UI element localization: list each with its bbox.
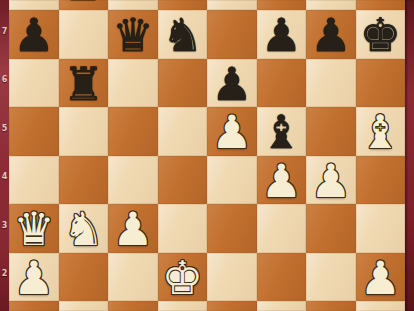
square-d5 [158,107,208,156]
black-king-h7: ♚ [360,12,401,58]
square-c2 [108,253,158,302]
white-pawn-c3: ♟ [112,206,153,252]
square-e4 [207,156,257,205]
square-f8 [257,0,307,10]
rank-label-3: 3 [0,220,9,231]
white-pawn-e5: ♟ [211,109,252,155]
square-b2 [59,253,109,302]
white-queen-a3: ♛ [13,206,54,252]
square-a7: ♟ [9,10,59,59]
square-c1 [108,301,158,311]
white-pawn-g4: ♟ [310,158,351,204]
black-knight-d7: ♞ [162,12,203,58]
square-h4 [356,156,406,205]
square-h3 [356,204,406,253]
white-pawn-a2: ♟ [13,255,54,301]
black-bishop-f5: ♝ [261,109,302,155]
square-b4 [59,156,109,205]
chess-diagram: ♜♟♛♞♟♟♚♜♟♟♝♝♟♟♛♞♟♟♚♟ 765432 [0,0,414,311]
square-a6 [9,59,59,108]
square-d4 [158,156,208,205]
white-pawn-h2: ♟ [360,255,401,301]
black-pawn-a7: ♟ [13,12,54,58]
black-pawn-f7: ♟ [261,12,302,58]
chess-board: ♜♟♛♞♟♟♚♜♟♟♝♝♟♟♛♞♟♟♚♟ [9,0,405,311]
square-g7: ♟ [306,10,356,59]
square-e1 [207,301,257,311]
square-a4 [9,156,59,205]
square-d3 [158,204,208,253]
square-h1 [356,301,406,311]
rank-label-5: 5 [0,123,9,134]
square-a5 [9,107,59,156]
rank-label-4: 4 [0,171,9,182]
square-d1 [158,301,208,311]
square-c7: ♛ [108,10,158,59]
square-b5 [59,107,109,156]
square-e2 [207,253,257,302]
square-f6 [257,59,307,108]
square-d6 [158,59,208,108]
square-e8 [207,0,257,10]
square-h7: ♚ [356,10,406,59]
black-pawn-e6: ♟ [211,61,252,107]
square-h5: ♝ [356,107,406,156]
square-c5 [108,107,158,156]
square-f5: ♝ [257,107,307,156]
black-queen-c7: ♛ [112,12,153,58]
square-f1 [257,301,307,311]
square-d2: ♚ [158,253,208,302]
square-g5 [306,107,356,156]
square-c6 [108,59,158,108]
square-f3 [257,204,307,253]
square-a1 [9,301,59,311]
square-c8 [108,0,158,10]
white-king-d2: ♚ [162,255,203,301]
square-h6 [356,59,406,108]
square-h8 [356,0,406,10]
square-e5: ♟ [207,107,257,156]
square-d8 [158,0,208,10]
rank-label-7: 7 [0,26,9,37]
black-pawn-g7: ♟ [310,12,351,58]
board-frame-left [0,0,9,311]
square-g4: ♟ [306,156,356,205]
white-knight-b3: ♞ [63,206,104,252]
square-c3: ♟ [108,204,158,253]
white-pawn-f4: ♟ [261,158,302,204]
square-b3: ♞ [59,204,109,253]
rank-label-6: 6 [0,74,9,85]
rank-label-2: 2 [0,268,9,279]
square-f4: ♟ [257,156,307,205]
square-a3: ♛ [9,204,59,253]
square-g3 [306,204,356,253]
square-b7 [59,10,109,59]
square-g2 [306,253,356,302]
square-c4 [108,156,158,205]
square-b6: ♜ [59,59,109,108]
white-bishop-h5: ♝ [360,109,401,155]
square-b1 [59,301,109,311]
square-b8: ♜ [59,0,109,10]
square-e7 [207,10,257,59]
square-g8 [306,0,356,10]
square-f7: ♟ [257,10,307,59]
black-rook-b6: ♜ [63,61,104,107]
square-a2: ♟ [9,253,59,302]
square-g1 [306,301,356,311]
black-rook-b8: ♜ [64,0,103,7]
square-e3 [207,204,257,253]
square-h2: ♟ [356,253,406,302]
square-e6: ♟ [207,59,257,108]
board-frame-right [405,0,414,311]
square-f2 [257,253,307,302]
square-g6 [306,59,356,108]
square-d7: ♞ [158,10,208,59]
square-a8 [9,0,59,10]
